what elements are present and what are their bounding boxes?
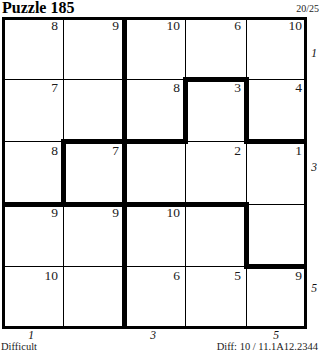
cell-clue: 2 bbox=[234, 144, 241, 159]
cell-r1c1[interactable]: 8 bbox=[2, 17, 63, 79]
cell-r2c1[interactable]: 7 bbox=[2, 79, 63, 141]
row-label-1: 1 bbox=[308, 47, 320, 59]
cell-clue: 6 bbox=[234, 19, 241, 34]
col-label-1: 1 bbox=[24, 329, 38, 341]
cell-r2c4[interactable]: 3 bbox=[185, 79, 246, 141]
puzzle-title: Puzzle 185 bbox=[2, 0, 74, 17]
cell-r4c3[interactable]: 10 bbox=[124, 204, 185, 266]
cell-clue: 1 bbox=[295, 144, 302, 159]
cell-clue: 8 bbox=[51, 19, 58, 34]
diff-info: Diff: 10 / 11.1A12.2344 bbox=[217, 341, 318, 352]
cell-r3c5[interactable]: 1 bbox=[246, 142, 307, 204]
cell-r1c4[interactable]: 6 bbox=[185, 17, 246, 79]
cell-r3c2[interactable]: 7 bbox=[63, 142, 124, 204]
cell-r4c2[interactable]: 9 bbox=[63, 204, 124, 266]
difficulty-label: Difficult bbox=[1, 341, 37, 352]
cell-r2c3[interactable]: 8 bbox=[124, 79, 185, 141]
puzzle-board: 891061078348721991010659 bbox=[2, 17, 307, 329]
cell-clue: 9 bbox=[112, 206, 119, 221]
cell-r3c1[interactable]: 8 bbox=[2, 142, 63, 204]
cell-clue: 10 bbox=[167, 206, 181, 221]
cell-clue: 10 bbox=[45, 269, 59, 284]
clue-count: 20/25 bbox=[296, 3, 319, 14]
cell-r1c2[interactable]: 9 bbox=[63, 17, 124, 79]
col-label-3: 3 bbox=[146, 329, 160, 341]
col-label-5: 5 bbox=[269, 329, 283, 341]
row-label-5: 5 bbox=[308, 282, 320, 294]
cell-clue: 8 bbox=[51, 144, 58, 159]
cell-clue: 8 bbox=[173, 81, 180, 96]
cell-r5c5[interactable]: 9 bbox=[246, 267, 307, 329]
cell-r2c5[interactable]: 4 bbox=[246, 79, 307, 141]
cell-clue: 7 bbox=[112, 144, 119, 159]
cell-clue: 9 bbox=[295, 269, 302, 284]
cell-r5c3[interactable]: 6 bbox=[124, 267, 185, 329]
cell-clue: 4 bbox=[295, 81, 302, 96]
cell-r4c5[interactable] bbox=[246, 204, 307, 266]
cell-r4c1[interactable]: 9 bbox=[2, 204, 63, 266]
cell-clue: 5 bbox=[234, 269, 241, 284]
cell-clue: 9 bbox=[51, 206, 58, 221]
cell-clue: 6 bbox=[173, 269, 180, 284]
row-label-3: 3 bbox=[308, 161, 320, 173]
cell-clue: 9 bbox=[112, 19, 119, 34]
cell-clue: 10 bbox=[289, 19, 303, 34]
cell-r1c5[interactable]: 10 bbox=[246, 17, 307, 79]
cell-r3c4[interactable]: 2 bbox=[185, 142, 246, 204]
cell-r4c4[interactable] bbox=[185, 204, 246, 266]
cell-clue: 10 bbox=[167, 19, 181, 34]
cell-r1c3[interactable]: 10 bbox=[124, 17, 185, 79]
cell-r5c2[interactable] bbox=[63, 267, 124, 329]
cell-clue: 3 bbox=[234, 81, 241, 96]
cell-r2c2[interactable] bbox=[63, 79, 124, 141]
cell-r3c3[interactable] bbox=[124, 142, 185, 204]
cell-clue: 7 bbox=[51, 81, 58, 96]
cell-r5c1[interactable]: 10 bbox=[2, 267, 63, 329]
puzzle-page: Puzzle 185 20/25 89106107834872199101065… bbox=[0, 0, 321, 354]
cell-r5c4[interactable]: 5 bbox=[185, 267, 246, 329]
